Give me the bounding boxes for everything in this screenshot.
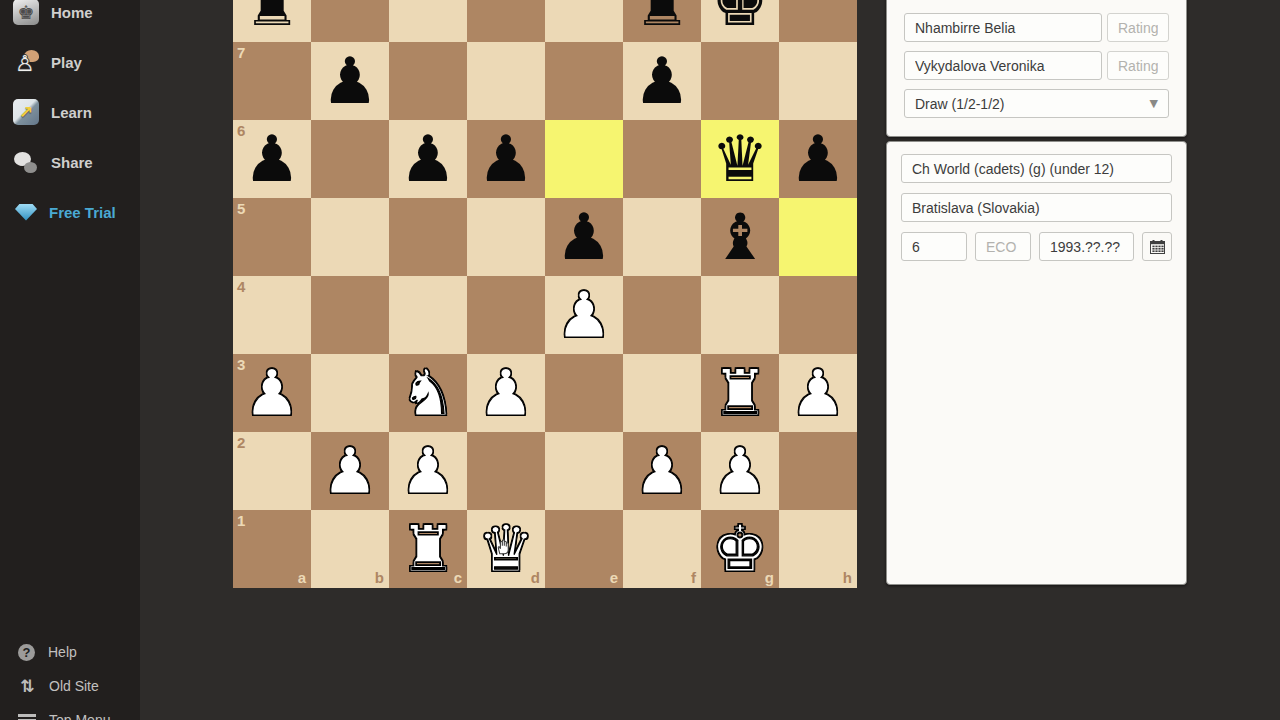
white-pawn[interactable]: ♟ [233,354,311,432]
white-knight[interactable]: ♞ [389,354,467,432]
square-g2[interactable]: ♟ [701,432,779,510]
square-g7[interactable] [701,42,779,120]
square-f8[interactable]: ♜ [623,0,701,42]
square-d8[interactable] [467,0,545,42]
black-pawn[interactable]: ♟ [623,42,701,120]
eco-input[interactable] [975,232,1031,261]
players-card: Draw (1/2-1/2) ▼ [886,0,1187,137]
hand-pawn-icon: ♙ [13,49,39,75]
file-label-a: a [298,569,306,586]
chess-king-icon: ♚ [13,0,39,25]
square-f7[interactable]: ♟ [623,42,701,120]
square-b1[interactable]: b [311,510,389,588]
square-f4[interactable] [623,276,701,354]
swap-arrows-icon: ⇅ [18,676,36,696]
square-h2[interactable] [779,432,857,510]
square-a3[interactable]: 3♟ [233,354,311,432]
white-pawn[interactable]: ♟ [623,432,701,510]
square-c7[interactable] [389,42,467,120]
square-e8[interactable] [545,0,623,42]
square-b8[interactable] [311,0,389,42]
calendar-icon [1150,240,1165,254]
sidebar-item-label: Home [51,4,93,21]
square-g3[interactable]: ♜ [701,354,779,432]
black-pawn[interactable]: ♟ [467,120,545,198]
sidebar-item-label: Top Menu [49,712,110,720]
white-rook[interactable]: ♜ [389,510,467,588]
sidebar-item-label: Share [51,154,93,171]
square-c2[interactable]: ♟ [389,432,467,510]
square-d4[interactable] [467,276,545,354]
calendar-button[interactable] [1142,232,1172,261]
black-pawn[interactable]: ♟ [389,120,467,198]
sidebar-footer: ? Help ⇅ Old Site Top Menu [0,635,140,720]
result-select[interactable]: Draw (1/2-1/2) ▼ [904,89,1169,118]
square-e6[interactable] [545,120,623,198]
white-pawn[interactable]: ♟ [701,432,779,510]
rank-label-4: 4 [237,278,245,295]
event-input[interactable] [901,154,1172,183]
file-label-h: h [843,569,852,586]
sidebar-item-label: Learn [51,104,92,121]
square-b2[interactable]: ♟ [311,432,389,510]
rank-label-7: 7 [237,44,245,61]
black-rook[interactable]: ♜ [233,0,311,42]
square-d5[interactable] [467,198,545,276]
sidebar-item-share[interactable]: Share [0,137,140,187]
date-input[interactable] [1039,232,1134,261]
square-d1[interactable]: d♛ [467,510,545,588]
square-h7[interactable] [779,42,857,120]
black-bishop[interactable]: ♝ [701,198,779,276]
square-b3[interactable] [311,354,389,432]
square-h4[interactable] [779,276,857,354]
square-d2[interactable] [467,432,545,510]
square-c8[interactable] [389,0,467,42]
sidebar-item-label: Play [51,54,82,71]
square-e4[interactable]: ♟ [545,276,623,354]
diamond-icon [15,204,37,221]
square-f5[interactable] [623,198,701,276]
square-g4[interactable] [701,276,779,354]
square-g1[interactable]: g♚ [701,510,779,588]
square-a8[interactable]: 8♜ [233,0,311,42]
sidebar-item-home[interactable]: ♚ Home [0,0,140,37]
white-player-name-input[interactable] [904,13,1102,42]
sidebar-item-help[interactable]: ? Help [0,635,140,669]
square-a2[interactable]: 2 [233,432,311,510]
sidebar-item-learn[interactable]: ↗ Learn [0,87,140,137]
square-c6[interactable]: ♟ [389,120,467,198]
square-b5[interactable] [311,198,389,276]
square-h5[interactable] [779,198,857,276]
square-a4[interactable]: 4 [233,276,311,354]
file-label-e: e [610,569,618,586]
square-b6[interactable] [311,120,389,198]
square-g6[interactable]: ♛ [701,120,779,198]
file-label-f: f [691,569,696,586]
square-a5[interactable]: 5 [233,198,311,276]
square-h6[interactable]: ♟ [779,120,857,198]
square-e5[interactable]: ♟ [545,198,623,276]
black-queen[interactable]: ♛ [701,120,779,198]
square-d7[interactable] [467,42,545,120]
black-king[interactable]: ♚ [701,0,779,42]
hamburger-icon [18,714,36,720]
square-f1[interactable]: f [623,510,701,588]
sidebar-item-label: Free Trial [49,204,116,221]
sidebar-item-play[interactable]: ♙ Play [0,37,140,87]
sidebar-item-top-menu[interactable]: Top Menu [0,703,140,720]
board-arrow-icon: ↗ [13,99,39,125]
square-d6[interactable]: ♟ [467,120,545,198]
event-card [886,141,1187,585]
square-h1[interactable]: h [779,510,857,588]
square-f6[interactable] [623,120,701,198]
sidebar: ♚ Home ♙ Play ↗ Learn Share Free Trial [0,0,140,720]
white-queen[interactable]: ♛ [467,510,545,588]
white-pawn[interactable]: ♟ [545,276,623,354]
black-pawn[interactable]: ♟ [779,120,857,198]
square-c4[interactable] [389,276,467,354]
chat-bubbles-icon [13,149,39,175]
black-pawn[interactable]: ♟ [545,198,623,276]
sidebar-item-label: Help [48,644,77,660]
black-rating-input[interactable] [1107,51,1169,80]
square-e3[interactable] [545,354,623,432]
square-h8[interactable] [779,0,857,42]
square-a1[interactable]: 1a [233,510,311,588]
square-a6[interactable]: 6♟ [233,120,311,198]
square-e7[interactable] [545,42,623,120]
white-pawn[interactable]: ♟ [389,432,467,510]
square-b4[interactable] [311,276,389,354]
site-input[interactable] [901,193,1172,222]
question-icon: ? [18,644,35,661]
sidebar-item-label: Old Site [49,678,99,694]
white-king[interactable]: ♚ [701,510,779,588]
chess-board: 8♜♜♚7♟♟6♟♟♟♛♟5♟♝4♟3♟♞♟♜♟2♟♟♟♟1abc♜d♛efg♚… [233,0,857,588]
file-label-b: b [375,569,384,586]
square-f3[interactable] [623,354,701,432]
square-b7[interactable]: ♟ [311,42,389,120]
sidebar-item-old-site[interactable]: ⇅ Old Site [0,669,140,703]
white-pawn[interactable]: ♟ [467,354,545,432]
square-c3[interactable]: ♞ [389,354,467,432]
white-rook[interactable]: ♜ [701,354,779,432]
square-g8[interactable]: ♚ [701,0,779,42]
black-rook[interactable]: ♜ [623,0,701,42]
black-pawn[interactable]: ♟ [233,120,311,198]
app-root: ♚ Home ♙ Play ↗ Learn Share Free Trial [0,0,1280,720]
square-d3[interactable]: ♟ [467,354,545,432]
white-pawn[interactable]: ♟ [779,354,857,432]
chevron-down-icon: ▼ [1150,97,1158,110]
square-f2[interactable]: ♟ [623,432,701,510]
square-c5[interactable] [389,198,467,276]
rank-label-5: 5 [237,200,245,217]
rank-label-2: 2 [237,434,245,451]
square-c1[interactable]: c♜ [389,510,467,588]
square-g5[interactable]: ♝ [701,198,779,276]
square-e2[interactable] [545,432,623,510]
round-input[interactable] [901,232,967,261]
sidebar-nav: ♚ Home ♙ Play ↗ Learn Share Free Trial [0,0,140,237]
rank-label-1: 1 [237,512,245,529]
black-player-name-input[interactable] [904,51,1102,80]
result-selected-value: Draw (1/2-1/2) [915,96,1004,112]
white-pawn[interactable]: ♟ [311,432,389,510]
sidebar-item-free-trial[interactable]: Free Trial [0,187,140,237]
white-rating-input[interactable] [1107,13,1169,42]
square-h3[interactable]: ♟ [779,354,857,432]
black-pawn[interactable]: ♟ [311,42,389,120]
square-a7[interactable]: 7 [233,42,311,120]
square-e1[interactable]: e [545,510,623,588]
